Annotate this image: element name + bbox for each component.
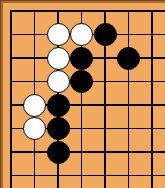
black-stone[interactable]: [94, 23, 117, 46]
black-stone[interactable]: [70, 47, 93, 70]
black-stone[interactable]: [70, 70, 93, 93]
black-stone[interactable]: [47, 117, 70, 140]
board-frame: [0, 0, 165, 188]
white-stone[interactable]: [47, 70, 70, 93]
black-stone[interactable]: [47, 141, 70, 164]
white-stone[interactable]: [47, 23, 70, 46]
white-stone[interactable]: [47, 47, 70, 70]
go-board[interactable]: [3, 3, 165, 188]
white-stone[interactable]: [23, 94, 46, 117]
black-stone[interactable]: [117, 47, 140, 70]
black-stone[interactable]: [47, 94, 70, 117]
white-stone[interactable]: [23, 117, 46, 140]
white-stone[interactable]: [70, 23, 93, 46]
